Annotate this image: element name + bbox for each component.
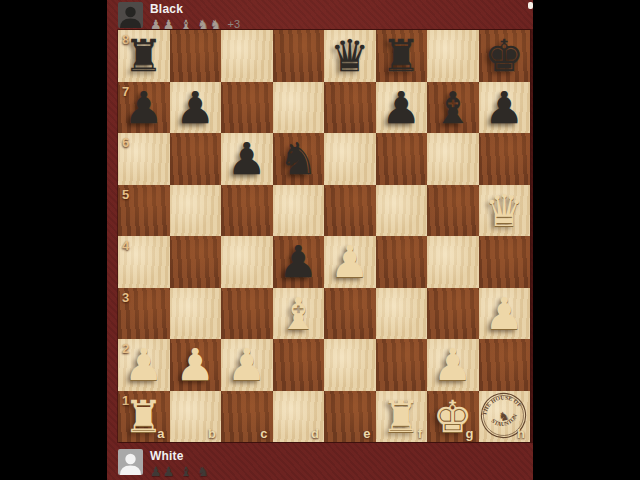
square-d1[interactable]: d bbox=[273, 391, 325, 443]
piece-white-pawn-g2[interactable]: ♟ bbox=[433, 339, 472, 390]
piece-black-pawn-c6[interactable]: ♟ bbox=[227, 133, 266, 184]
square-g7[interactable]: ♝ bbox=[427, 82, 479, 134]
square-h6[interactable] bbox=[479, 133, 531, 185]
square-f3[interactable] bbox=[376, 288, 428, 340]
piece-black-pawn-a7[interactable]: ♟ bbox=[124, 82, 163, 133]
square-e4[interactable]: ♟ bbox=[324, 236, 376, 288]
square-a4[interactable]: 4 bbox=[118, 236, 170, 288]
square-d3[interactable]: ♝ bbox=[273, 288, 325, 340]
square-f7[interactable]: ♟ bbox=[376, 82, 428, 134]
file-label-e: e bbox=[363, 426, 370, 441]
square-b2[interactable]: ♟ bbox=[170, 339, 222, 391]
square-h7[interactable]: ♟ bbox=[479, 82, 531, 134]
black-avatar bbox=[118, 2, 143, 28]
square-e2[interactable] bbox=[324, 339, 376, 391]
square-a1[interactable]: 1a♜ bbox=[118, 391, 170, 443]
ui-artifact-dot bbox=[528, 2, 533, 9]
square-h2[interactable] bbox=[479, 339, 531, 391]
piece-white-pawn-a2[interactable]: ♟ bbox=[124, 339, 163, 390]
white-player-name: White bbox=[150, 449, 215, 462]
square-c6[interactable]: ♟ bbox=[221, 133, 273, 185]
square-g4[interactable] bbox=[427, 236, 479, 288]
rank-label-4: 4 bbox=[122, 238, 129, 253]
rank-label-3: 3 bbox=[122, 290, 129, 305]
piece-white-pawn-b2[interactable]: ♟ bbox=[176, 339, 215, 390]
player-bar-white: White ♟♟ ♝ ♞ bbox=[118, 449, 215, 478]
piece-white-rook-a1[interactable]: ♜ bbox=[124, 391, 163, 442]
square-d2[interactable] bbox=[273, 339, 325, 391]
square-a5[interactable]: 5 bbox=[118, 185, 170, 237]
square-a7[interactable]: 7♟ bbox=[118, 82, 170, 134]
square-f2[interactable] bbox=[376, 339, 428, 391]
square-c1[interactable]: c bbox=[221, 391, 273, 443]
square-g8[interactable] bbox=[427, 30, 479, 82]
piece-black-knight-d6[interactable]: ♞ bbox=[279, 133, 318, 184]
white-captured-pieces: ♟♟ ♝ ♞ bbox=[150, 465, 210, 478]
square-f4[interactable] bbox=[376, 236, 428, 288]
square-e7[interactable] bbox=[324, 82, 376, 134]
board: THE HOUSE OF STAUNTON ♞ 8♜♛♜♚7♟♟♟♝♟6♟♞5♛… bbox=[118, 30, 530, 442]
square-d6[interactable]: ♞ bbox=[273, 133, 325, 185]
piece-white-pawn-h3[interactable]: ♟ bbox=[485, 288, 524, 339]
logo-knight-icon: ♞ bbox=[497, 409, 511, 425]
square-c4[interactable] bbox=[221, 236, 273, 288]
square-b1[interactable]: b bbox=[170, 391, 222, 443]
file-label-h: h bbox=[517, 426, 525, 441]
square-f5[interactable] bbox=[376, 185, 428, 237]
square-b4[interactable] bbox=[170, 236, 222, 288]
rank-label-5: 5 bbox=[122, 187, 129, 202]
square-c5[interactable] bbox=[221, 185, 273, 237]
white-avatar bbox=[118, 449, 143, 475]
square-a8[interactable]: 8♜ bbox=[118, 30, 170, 82]
piece-white-pawn-e4[interactable]: ♟ bbox=[330, 236, 369, 287]
square-g5[interactable] bbox=[427, 185, 479, 237]
square-a2[interactable]: 2♟ bbox=[118, 339, 170, 391]
square-e5[interactable] bbox=[324, 185, 376, 237]
game-panel: Black ♟♟ ♝ ♞♞ +3 THE HOUSE OF STAUNTON ♞ bbox=[107, 0, 533, 480]
piece-black-rook-f8[interactable]: ♜ bbox=[382, 30, 421, 81]
square-a6[interactable]: 6 bbox=[118, 133, 170, 185]
square-b5[interactable] bbox=[170, 185, 222, 237]
square-e1[interactable]: e bbox=[324, 391, 376, 443]
piece-black-pawn-d4[interactable]: ♟ bbox=[279, 236, 318, 287]
square-d5[interactable] bbox=[273, 185, 325, 237]
square-c8[interactable] bbox=[221, 30, 273, 82]
piece-white-bishop-d3[interactable]: ♝ bbox=[279, 288, 318, 339]
square-g1[interactable]: g♚ bbox=[427, 391, 479, 443]
square-c2[interactable]: ♟ bbox=[221, 339, 273, 391]
square-h5[interactable]: ♛ bbox=[479, 185, 531, 237]
piece-black-king-h8[interactable]: ♚ bbox=[485, 30, 524, 81]
square-e6[interactable] bbox=[324, 133, 376, 185]
rank-label-6: 6 bbox=[122, 135, 129, 150]
piece-black-pawn-b7[interactable]: ♟ bbox=[176, 82, 215, 133]
square-h8[interactable]: ♚ bbox=[479, 30, 531, 82]
square-b6[interactable] bbox=[170, 133, 222, 185]
square-h4[interactable] bbox=[479, 236, 531, 288]
piece-white-king-g1[interactable]: ♚ bbox=[433, 391, 472, 442]
piece-white-rook-f1[interactable]: ♜ bbox=[382, 391, 421, 442]
square-g2[interactable]: ♟ bbox=[427, 339, 479, 391]
person-icon bbox=[118, 2, 143, 28]
black-material-advantage: +3 bbox=[228, 19, 241, 30]
piece-white-queen-h5[interactable]: ♛ bbox=[485, 185, 524, 236]
square-d4[interactable]: ♟ bbox=[273, 236, 325, 288]
square-c3[interactable] bbox=[221, 288, 273, 340]
square-d7[interactable] bbox=[273, 82, 325, 134]
piece-black-queen-e8[interactable]: ♛ bbox=[330, 30, 369, 81]
square-g3[interactable] bbox=[427, 288, 479, 340]
square-f8[interactable]: ♜ bbox=[376, 30, 428, 82]
file-label-b: b bbox=[208, 426, 216, 441]
file-label-c: c bbox=[260, 426, 267, 441]
square-e3[interactable] bbox=[324, 288, 376, 340]
square-a3[interactable]: 3 bbox=[118, 288, 170, 340]
square-b8[interactable] bbox=[170, 30, 222, 82]
square-g6[interactable] bbox=[427, 133, 479, 185]
piece-black-rook-a8[interactable]: ♜ bbox=[124, 30, 163, 81]
square-e8[interactable]: ♛ bbox=[324, 30, 376, 82]
piece-black-pawn-h7[interactable]: ♟ bbox=[485, 82, 524, 133]
square-b3[interactable] bbox=[170, 288, 222, 340]
square-h3[interactable]: ♟ bbox=[479, 288, 531, 340]
app-window: Black ♟♟ ♝ ♞♞ +3 THE HOUSE OF STAUNTON ♞ bbox=[0, 0, 640, 480]
piece-white-pawn-c2[interactable]: ♟ bbox=[227, 339, 266, 390]
piece-black-bishop-g7[interactable]: ♝ bbox=[433, 82, 472, 133]
person-icon bbox=[118, 449, 143, 475]
square-d8[interactable] bbox=[273, 30, 325, 82]
black-player-name: Black bbox=[150, 2, 240, 15]
square-f1[interactable]: f♜ bbox=[376, 391, 428, 443]
piece-black-pawn-f7[interactable]: ♟ bbox=[382, 82, 421, 133]
file-label-d: d bbox=[311, 426, 319, 441]
player-bar-black: Black ♟♟ ♝ ♞♞ +3 bbox=[118, 2, 240, 31]
square-f6[interactable] bbox=[376, 133, 428, 185]
square-b7[interactable]: ♟ bbox=[170, 82, 222, 134]
square-c7[interactable] bbox=[221, 82, 273, 134]
